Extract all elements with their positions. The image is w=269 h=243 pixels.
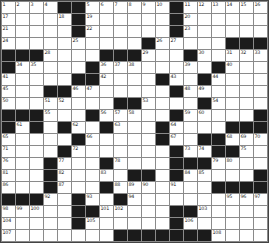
cell-r12c2[interactable] bbox=[16, 134, 29, 145]
cell-r3c17[interactable] bbox=[226, 26, 239, 37]
cell-r12c14[interactable] bbox=[184, 134, 197, 145]
cell-r8c6[interactable]: 46 bbox=[72, 86, 85, 97]
cell-r18c15[interactable]: 103 bbox=[198, 206, 211, 217]
cell-r2c11[interactable] bbox=[142, 14, 155, 25]
cell-r6c17[interactable]: 40 bbox=[226, 62, 239, 73]
cell-r19c2[interactable] bbox=[16, 218, 29, 229]
cell-r10c11[interactable] bbox=[142, 110, 155, 121]
cell-r19c8[interactable] bbox=[100, 218, 113, 229]
cell-r3c1[interactable]: 21 bbox=[2, 26, 15, 37]
cell-r3c11[interactable] bbox=[142, 26, 155, 37]
cell-r19c14[interactable]: 106 bbox=[184, 218, 197, 229]
cell-r2c18[interactable] bbox=[240, 14, 253, 25]
cell-r7c8[interactable]: 42 bbox=[100, 74, 113, 85]
cell-r2c5[interactable]: 18 bbox=[58, 14, 71, 25]
cell-r16c12[interactable] bbox=[156, 182, 169, 193]
cell-r9c2[interactable] bbox=[16, 98, 29, 109]
cell-r16c2[interactable] bbox=[16, 182, 29, 193]
cell-r19c16[interactable] bbox=[212, 218, 225, 229]
cell-r12c7[interactable]: 66 bbox=[86, 134, 99, 145]
cell-r5c5[interactable] bbox=[58, 50, 71, 61]
cell-r9c6[interactable] bbox=[72, 98, 85, 109]
cell-r8c19[interactable] bbox=[254, 86, 267, 97]
cell-r1c16[interactable]: 13 bbox=[212, 2, 225, 13]
cell-r7c11[interactable] bbox=[142, 74, 155, 85]
cell-r8c14[interactable]: 48 bbox=[184, 86, 197, 97]
cell-r14c5[interactable]: 77 bbox=[58, 158, 71, 169]
cell-r8c17[interactable] bbox=[226, 86, 239, 97]
cell-r15c8[interactable]: 83 bbox=[100, 170, 113, 181]
cell-r7c18[interactable] bbox=[240, 74, 253, 85]
cell-r3c7[interactable]: 22 bbox=[86, 26, 99, 37]
cell-r9c17[interactable] bbox=[226, 98, 239, 109]
cell-r6c4[interactable] bbox=[44, 62, 57, 73]
cell-r13c2[interactable] bbox=[16, 146, 29, 157]
cell-r20c8[interactable] bbox=[100, 230, 113, 241]
cell-r17c18[interactable]: 96 bbox=[240, 194, 253, 205]
cell-r14c18[interactable] bbox=[240, 158, 253, 169]
cell-r1c15[interactable]: 12 bbox=[198, 2, 211, 13]
cell-r9c16[interactable]: 54 bbox=[212, 98, 225, 109]
cell-r15c12[interactable] bbox=[156, 170, 169, 181]
cell-r1c18[interactable]: 15 bbox=[240, 2, 253, 13]
cell-r9c7[interactable] bbox=[86, 98, 99, 109]
cell-r9c8[interactable] bbox=[100, 98, 113, 109]
cell-r4c12[interactable]: 26 bbox=[156, 38, 169, 49]
cell-r2c15[interactable] bbox=[198, 14, 211, 25]
cell-r12c3[interactable] bbox=[30, 134, 43, 145]
black-cell-r17c1 bbox=[2, 194, 15, 205]
cell-r9c11[interactable]: 53 bbox=[142, 98, 155, 109]
cell-r11c7[interactable] bbox=[86, 122, 99, 133]
cell-r11c11[interactable] bbox=[142, 122, 155, 133]
cell-r2c19[interactable] bbox=[254, 14, 267, 25]
clue-number-83: 83 bbox=[101, 170, 107, 175]
cell-r20c3[interactable] bbox=[30, 230, 43, 241]
cell-r11c16[interactable] bbox=[212, 122, 225, 133]
cell-r8c1[interactable]: 45 bbox=[2, 86, 15, 97]
cell-r20c4[interactable] bbox=[44, 230, 57, 241]
cell-r15c17[interactable] bbox=[226, 170, 239, 181]
cell-r8c12[interactable] bbox=[156, 86, 169, 97]
cell-r19c12[interactable] bbox=[156, 218, 169, 229]
cell-r16c15[interactable] bbox=[198, 182, 211, 193]
cell-r11c4[interactable] bbox=[44, 122, 57, 133]
cell-r13c1[interactable]: 71 bbox=[2, 146, 15, 157]
cell-r13c15[interactable]: 74 bbox=[198, 146, 211, 157]
cell-r5c12[interactable] bbox=[156, 50, 169, 61]
cell-r15c9[interactable] bbox=[114, 170, 127, 181]
cell-r9c5[interactable]: 52 bbox=[58, 98, 71, 109]
cell-r19c4[interactable] bbox=[44, 218, 57, 229]
cell-r10c17[interactable] bbox=[226, 110, 239, 121]
cell-r4c10[interactable] bbox=[128, 38, 141, 49]
cell-r8c11[interactable] bbox=[142, 86, 155, 97]
cell-r6c11[interactable] bbox=[142, 62, 155, 73]
cell-r8c9[interactable] bbox=[114, 86, 127, 97]
cell-r15c18[interactable] bbox=[240, 170, 253, 181]
cell-r10c6[interactable] bbox=[72, 110, 85, 121]
cell-r5c6[interactable] bbox=[72, 50, 85, 61]
cell-r14c9[interactable]: 78 bbox=[114, 158, 127, 169]
cell-r7c5[interactable] bbox=[58, 74, 71, 85]
cell-r20c17[interactable] bbox=[226, 230, 239, 241]
cell-r8c10[interactable] bbox=[128, 86, 141, 97]
cell-r7c3[interactable] bbox=[30, 74, 43, 85]
cell-r3c9[interactable] bbox=[114, 26, 127, 37]
cell-r6c12[interactable] bbox=[156, 62, 169, 73]
cell-r16c6[interactable] bbox=[72, 182, 85, 193]
cell-r13c10[interactable] bbox=[128, 146, 141, 157]
cell-r18c11[interactable] bbox=[142, 206, 155, 217]
cell-r10c16[interactable] bbox=[212, 110, 225, 121]
cell-r7c19[interactable] bbox=[254, 74, 267, 85]
cell-r15c5[interactable]: 82 bbox=[58, 170, 71, 181]
cell-r4c2[interactable] bbox=[16, 38, 29, 49]
cell-r9c13[interactable] bbox=[170, 98, 183, 109]
cell-r13c7[interactable] bbox=[86, 146, 99, 157]
cell-r14c16[interactable]: 79 bbox=[212, 158, 225, 169]
cell-r20c1[interactable]: 107 bbox=[2, 230, 15, 241]
cell-r14c11[interactable] bbox=[142, 158, 155, 169]
cell-r3c15[interactable] bbox=[198, 26, 211, 37]
cell-r1c14[interactable]: 11 bbox=[184, 2, 197, 13]
cell-r12c11[interactable] bbox=[142, 134, 155, 145]
cell-r3c2[interactable] bbox=[16, 26, 29, 37]
cell-r12c13[interactable]: 67 bbox=[170, 134, 183, 145]
cell-r18c8[interactable]: 101 bbox=[100, 206, 113, 217]
cell-r4c3[interactable] bbox=[30, 38, 43, 49]
cell-r6c9[interactable]: 37 bbox=[114, 62, 127, 73]
cell-r16c7[interactable] bbox=[86, 182, 99, 193]
cell-r20c16[interactable]: 108 bbox=[212, 230, 225, 241]
cell-r17c17[interactable]: 95 bbox=[226, 194, 239, 205]
cell-r2c7[interactable]: 19 bbox=[86, 14, 99, 25]
cell-r6c10[interactable]: 38 bbox=[128, 62, 141, 73]
cell-r2c3[interactable] bbox=[30, 14, 43, 25]
cell-r6c15[interactable] bbox=[198, 62, 211, 73]
cell-r14c3[interactable] bbox=[30, 158, 43, 169]
cell-r16c13[interactable]: 91 bbox=[170, 182, 183, 193]
cell-r14c2[interactable] bbox=[16, 158, 29, 169]
cell-r3c8[interactable] bbox=[100, 26, 113, 37]
cell-r1c8[interactable]: 6 bbox=[100, 2, 113, 13]
cell-r5c16[interactable] bbox=[212, 50, 225, 61]
cell-r12c10[interactable] bbox=[128, 134, 141, 145]
cell-r5c15[interactable]: 30 bbox=[198, 50, 211, 61]
cell-r2c17[interactable] bbox=[226, 14, 239, 25]
cell-r9c1[interactable]: 50 bbox=[2, 98, 15, 109]
cell-r7c2[interactable] bbox=[16, 74, 29, 85]
cell-r7c13[interactable]: 43 bbox=[170, 74, 183, 85]
cell-r20c2[interactable] bbox=[16, 230, 29, 241]
cell-r7c1[interactable]: 41 bbox=[2, 74, 15, 85]
cell-r7c4[interactable] bbox=[44, 74, 57, 85]
cell-r9c4[interactable]: 51 bbox=[44, 98, 57, 109]
cell-r2c4[interactable] bbox=[44, 14, 57, 25]
cell-r20c5[interactable] bbox=[58, 230, 71, 241]
cell-r14c1[interactable]: 76 bbox=[2, 158, 15, 169]
cell-r10c10[interactable]: 58 bbox=[128, 110, 141, 121]
cell-r12c1[interactable]: 65 bbox=[2, 134, 15, 145]
cell-r17c10[interactable]: 94 bbox=[128, 194, 141, 205]
cell-r2c9[interactable] bbox=[114, 14, 127, 25]
cell-r4c15[interactable] bbox=[198, 38, 211, 49]
cell-r10c14[interactable]: 59 bbox=[184, 110, 197, 121]
cell-r1c4[interactable]: 4 bbox=[44, 2, 57, 13]
black-cell-r4c17 bbox=[226, 38, 239, 49]
cell-r7c14[interactable] bbox=[184, 74, 197, 85]
cell-r15c15[interactable]: 85 bbox=[198, 170, 211, 181]
cell-r10c18[interactable] bbox=[240, 110, 253, 121]
cell-r9c18[interactable] bbox=[240, 98, 253, 109]
cell-r2c16[interactable] bbox=[212, 14, 225, 25]
cell-r4c6[interactable]: 25 bbox=[72, 38, 85, 49]
cell-r1c9[interactable]: 7 bbox=[114, 2, 127, 13]
cell-r3c19[interactable] bbox=[254, 26, 267, 37]
cell-r20c6[interactable] bbox=[72, 230, 85, 241]
cell-r16c11[interactable]: 90 bbox=[142, 182, 155, 193]
cell-r11c6[interactable]: 62 bbox=[72, 122, 85, 133]
cell-r15c2[interactable] bbox=[16, 170, 29, 181]
cell-r13c19[interactable] bbox=[254, 146, 267, 157]
cell-r8c7[interactable]: 47 bbox=[86, 86, 99, 97]
cell-r4c1[interactable]: 24 bbox=[2, 38, 15, 49]
cell-r16c10[interactable]: 89 bbox=[128, 182, 141, 193]
cell-r11c14[interactable] bbox=[184, 122, 197, 133]
black-cell-r8c5 bbox=[58, 86, 71, 97]
cell-r12c4[interactable] bbox=[44, 134, 57, 145]
cell-r6c5[interactable] bbox=[58, 62, 71, 73]
cell-r15c7[interactable] bbox=[86, 170, 99, 181]
cell-r16c9[interactable]: 88 bbox=[114, 182, 127, 193]
cell-r3c10[interactable] bbox=[128, 26, 141, 37]
cell-r1c7[interactable]: 5 bbox=[86, 2, 99, 13]
cell-r18c10[interactable] bbox=[128, 206, 141, 217]
cell-r20c19[interactable] bbox=[254, 230, 267, 241]
cell-r8c2[interactable] bbox=[16, 86, 29, 97]
cell-r4c7[interactable] bbox=[86, 38, 99, 49]
clue-number-48: 48 bbox=[185, 86, 191, 91]
cell-r12c19[interactable]: 70 bbox=[254, 134, 267, 145]
cell-r15c6[interactable] bbox=[72, 170, 85, 181]
cell-r14c6[interactable] bbox=[72, 158, 85, 169]
clue-number-13: 13 bbox=[213, 2, 219, 7]
cell-r13c12[interactable] bbox=[156, 146, 169, 157]
cell-r7c17[interactable] bbox=[226, 74, 239, 85]
cell-r10c15[interactable]: 60 bbox=[198, 110, 211, 121]
cell-r18c3[interactable]: 100 bbox=[30, 206, 43, 217]
cell-r13c9[interactable] bbox=[114, 146, 127, 157]
cell-r13c11[interactable] bbox=[142, 146, 155, 157]
cell-r2c12[interactable] bbox=[156, 14, 169, 25]
cell-r6c18[interactable] bbox=[240, 62, 253, 73]
cell-r18c4[interactable] bbox=[44, 206, 57, 217]
cell-r10c5[interactable] bbox=[58, 110, 71, 121]
cell-r4c16[interactable] bbox=[212, 38, 225, 49]
cell-r18c12[interactable] bbox=[156, 206, 169, 217]
cell-r19c10[interactable] bbox=[128, 218, 141, 229]
cell-r14c19[interactable] bbox=[254, 158, 267, 169]
cell-r12c17[interactable]: 68 bbox=[226, 134, 239, 145]
cell-r9c12[interactable] bbox=[156, 98, 169, 109]
cell-r13c4[interactable] bbox=[44, 146, 57, 157]
cell-r3c14[interactable]: 23 bbox=[184, 26, 197, 37]
cell-r9c19[interactable] bbox=[254, 98, 267, 109]
cell-r3c5[interactable] bbox=[58, 26, 71, 37]
cell-r3c3[interactable] bbox=[30, 26, 43, 37]
cell-r17c15[interactable] bbox=[198, 194, 211, 205]
cell-r14c10[interactable] bbox=[128, 158, 141, 169]
cell-r17c13[interactable] bbox=[170, 194, 183, 205]
cell-r16c5[interactable]: 87 bbox=[58, 182, 71, 193]
cell-r10c12[interactable] bbox=[156, 110, 169, 121]
cell-r6c13[interactable] bbox=[170, 62, 183, 73]
cell-r8c18[interactable] bbox=[240, 86, 253, 97]
cell-r7c16[interactable]: 44 bbox=[212, 74, 225, 85]
cell-r4c4[interactable] bbox=[44, 38, 57, 49]
cell-r20c18[interactable] bbox=[240, 230, 253, 241]
cell-r13c6[interactable]: 72 bbox=[72, 146, 85, 157]
cell-r11c9[interactable]: 63 bbox=[114, 122, 127, 133]
cell-r10c9[interactable]: 57 bbox=[114, 110, 127, 121]
cell-r6c6[interactable] bbox=[72, 62, 85, 73]
cell-r12c5[interactable] bbox=[58, 134, 71, 145]
cell-r18c1[interactable]: 98 bbox=[2, 206, 15, 217]
cell-r6c2[interactable]: 34 bbox=[16, 62, 29, 73]
cell-r18c2[interactable]: 99 bbox=[16, 206, 29, 217]
cell-r3c18[interactable] bbox=[240, 26, 253, 37]
cell-r17c16[interactable] bbox=[212, 194, 225, 205]
cell-r11c2[interactable]: 61 bbox=[16, 122, 29, 133]
cell-r2c2[interactable] bbox=[16, 14, 29, 25]
cell-r1c3[interactable]: 3 bbox=[30, 2, 43, 13]
cell-r5c13[interactable] bbox=[170, 50, 183, 61]
cell-r19c15[interactable] bbox=[198, 218, 211, 229]
cell-r2c14[interactable]: 20 bbox=[184, 14, 197, 25]
cell-r5c11[interactable]: 29 bbox=[142, 50, 155, 61]
cell-r1c10[interactable]: 8 bbox=[128, 2, 141, 13]
cell-r19c11[interactable] bbox=[142, 218, 155, 229]
cell-r8c3[interactable] bbox=[30, 86, 43, 97]
cell-r1c11[interactable]: 9 bbox=[142, 2, 155, 13]
cell-r6c3[interactable]: 35 bbox=[30, 62, 43, 73]
cell-r16c3[interactable] bbox=[30, 182, 43, 193]
cell-r6c8[interactable]: 36 bbox=[100, 62, 113, 73]
cell-r18c5[interactable] bbox=[58, 206, 71, 217]
cell-r18c19[interactable] bbox=[254, 206, 267, 217]
cell-r5c17[interactable]: 31 bbox=[226, 50, 239, 61]
cell-r2c1[interactable]: 17 bbox=[2, 14, 15, 25]
cell-r4c14[interactable] bbox=[184, 38, 197, 49]
cell-r5c4[interactable]: 28 bbox=[44, 50, 57, 61]
cell-r7c10[interactable] bbox=[128, 74, 141, 85]
cell-r9c3[interactable] bbox=[30, 98, 43, 109]
cell-r14c7[interactable] bbox=[86, 158, 99, 169]
cell-r17c14[interactable] bbox=[184, 194, 197, 205]
cell-r4c9[interactable] bbox=[114, 38, 127, 49]
cell-r18c17[interactable] bbox=[226, 206, 239, 217]
black-cell-r11c3 bbox=[30, 122, 43, 133]
cell-r6c19[interactable] bbox=[254, 62, 267, 73]
cell-r1c12[interactable]: 10 bbox=[156, 2, 169, 13]
cell-r6c14[interactable]: 39 bbox=[184, 62, 197, 73]
cell-r17c12[interactable] bbox=[156, 194, 169, 205]
cell-r11c15[interactable] bbox=[198, 122, 211, 133]
cell-r14c12[interactable] bbox=[156, 158, 169, 169]
cell-r18c18[interactable] bbox=[240, 206, 253, 217]
cell-r3c4[interactable] bbox=[44, 26, 57, 37]
cell-r12c8[interactable] bbox=[100, 134, 113, 145]
cell-r13c3[interactable] bbox=[30, 146, 43, 157]
cell-r17c4[interactable]: 92 bbox=[44, 194, 57, 205]
cell-r4c5[interactable] bbox=[58, 38, 71, 49]
cell-r12c9[interactable] bbox=[114, 134, 127, 145]
cell-r2c10[interactable] bbox=[128, 14, 141, 25]
cell-r10c8[interactable]: 56 bbox=[100, 110, 113, 121]
cell-r19c19[interactable] bbox=[254, 218, 267, 229]
cell-r13c14[interactable]: 73 bbox=[184, 146, 197, 157]
cell-r19c17[interactable] bbox=[226, 218, 239, 229]
cell-r15c16[interactable] bbox=[212, 170, 225, 181]
cell-r5c18[interactable]: 32 bbox=[240, 50, 253, 61]
cell-r1c19[interactable]: 16 bbox=[254, 2, 267, 13]
cell-r15c3[interactable] bbox=[30, 170, 43, 181]
cell-r4c13[interactable]: 27 bbox=[170, 38, 183, 49]
cell-r18c9[interactable]: 102 bbox=[114, 206, 127, 217]
cell-r1c17[interactable]: 14 bbox=[226, 2, 239, 13]
cell-r20c7[interactable] bbox=[86, 230, 99, 241]
cell-r9c14[interactable] bbox=[184, 98, 197, 109]
cell-r5c19[interactable]: 33 bbox=[254, 50, 267, 61]
cell-r19c5[interactable] bbox=[58, 218, 71, 229]
cell-r16c1[interactable]: 86 bbox=[2, 182, 15, 193]
cell-r17c19[interactable]: 97 bbox=[254, 194, 267, 205]
cell-r19c9[interactable] bbox=[114, 218, 127, 229]
cell-r17c5[interactable] bbox=[58, 194, 71, 205]
cell-r12c18[interactable]: 69 bbox=[240, 134, 253, 145]
cell-r19c18[interactable] bbox=[240, 218, 253, 229]
cell-r11c10[interactable] bbox=[128, 122, 141, 133]
cell-r19c7[interactable]: 105 bbox=[86, 218, 99, 229]
cell-r19c1[interactable]: 104 bbox=[2, 218, 15, 229]
cell-r13c8[interactable] bbox=[100, 146, 113, 157]
cell-r16c14[interactable] bbox=[184, 182, 197, 193]
cell-r1c2[interactable]: 2 bbox=[16, 2, 29, 13]
cell-r15c1[interactable]: 81 bbox=[2, 170, 15, 181]
cell-r8c8[interactable] bbox=[100, 86, 113, 97]
cell-r8c16[interactable] bbox=[212, 86, 225, 97]
cell-r5c7[interactable] bbox=[86, 50, 99, 61]
cell-r1c1[interactable]: 1 bbox=[2, 2, 15, 13]
cell-r14c17[interactable]: 80 bbox=[226, 158, 239, 169]
cell-r3c16[interactable] bbox=[212, 26, 225, 37]
cell-r11c13[interactable]: 64 bbox=[170, 122, 183, 133]
cell-r17c11[interactable] bbox=[142, 194, 155, 205]
cell-r7c9[interactable] bbox=[114, 74, 127, 85]
cell-r17c8[interactable] bbox=[100, 194, 113, 205]
cell-r19c3[interactable] bbox=[30, 218, 43, 229]
cell-r10c4[interactable]: 55 bbox=[44, 110, 57, 121]
cell-r3c12[interactable] bbox=[156, 26, 169, 37]
cell-r17c7[interactable]: 93 bbox=[86, 194, 99, 205]
cell-r2c8[interactable] bbox=[100, 14, 113, 25]
cell-r18c16[interactable] bbox=[212, 206, 225, 217]
cell-r15c14[interactable]: 84 bbox=[184, 170, 197, 181]
cell-r8c15[interactable]: 49 bbox=[198, 86, 211, 97]
cell-r13c18[interactable]: 75 bbox=[240, 146, 253, 157]
cell-r4c8[interactable] bbox=[100, 38, 113, 49]
